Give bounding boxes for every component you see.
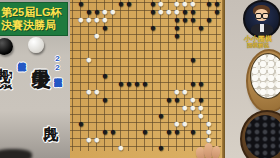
board-cell[interactable]: ● bbox=[181, 103, 189, 111]
board-cell[interactable] bbox=[77, 31, 85, 39]
board-cell[interactable] bbox=[141, 23, 149, 31]
board-cell[interactable] bbox=[133, 39, 141, 47]
board-cell[interactable]: ● bbox=[85, 135, 93, 143]
board-cell[interactable] bbox=[181, 143, 189, 151]
event-banner-line1: 第25屆LG杯 bbox=[1, 6, 62, 19]
video-frame: ●●●●●●●●●●●●●●●●●●●●●●●●●●●●●●●●●●●●●●●●… bbox=[0, 0, 280, 158]
board-cell[interactable] bbox=[205, 87, 213, 95]
board-cell[interactable] bbox=[141, 15, 149, 23]
board-cell[interactable] bbox=[197, 135, 205, 143]
board-cell[interactable] bbox=[125, 63, 133, 71]
board-cell[interactable] bbox=[101, 79, 109, 87]
board-cell[interactable] bbox=[213, 63, 221, 71]
board-cell[interactable]: ● bbox=[189, 79, 197, 87]
board-cell[interactable] bbox=[117, 15, 125, 23]
board-cell[interactable] bbox=[93, 63, 101, 71]
board-cell[interactable] bbox=[93, 47, 101, 55]
board-cell[interactable] bbox=[213, 127, 221, 135]
board-cell[interactable] bbox=[141, 31, 149, 39]
board-cell[interactable]: ● bbox=[77, 0, 85, 7]
board-cell[interactable] bbox=[157, 119, 165, 127]
board-cell[interactable] bbox=[101, 47, 109, 55]
board-cell[interactable] bbox=[197, 7, 205, 15]
board-cell[interactable] bbox=[165, 143, 173, 151]
board-cell[interactable] bbox=[213, 47, 221, 55]
board-cell[interactable] bbox=[125, 119, 133, 127]
board-cell[interactable] bbox=[213, 87, 221, 95]
board-cell[interactable] bbox=[85, 143, 93, 151]
board-cell[interactable] bbox=[149, 95, 157, 103]
info-panel: 第25屆LG杯 決賽決勝局 柯潔九段 賽後記者會直接大爆笑 申旻埈 九段 22歲… bbox=[0, 0, 70, 158]
board-cell[interactable] bbox=[173, 39, 181, 47]
stone-black: ● bbox=[125, 0, 133, 7]
board-cell[interactable] bbox=[205, 23, 213, 31]
board-cell[interactable] bbox=[189, 111, 197, 119]
board-cell[interactable] bbox=[149, 119, 157, 127]
board-cell[interactable] bbox=[133, 135, 141, 143]
board-cell[interactable]: ● bbox=[197, 23, 205, 31]
board-cell[interactable] bbox=[101, 111, 109, 119]
board-cell[interactable] bbox=[213, 119, 221, 127]
board-cell[interactable] bbox=[117, 95, 125, 103]
board-cell[interactable] bbox=[165, 15, 173, 23]
board-cell[interactable] bbox=[157, 47, 165, 55]
board-cell[interactable] bbox=[109, 31, 117, 39]
board-cell[interactable] bbox=[117, 103, 125, 111]
board-cell[interactable] bbox=[205, 47, 213, 55]
board-cell[interactable] bbox=[213, 55, 221, 63]
board-cell[interactable] bbox=[213, 39, 221, 47]
board-cell[interactable] bbox=[77, 63, 85, 71]
board-cell[interactable]: ● bbox=[197, 111, 205, 119]
board-cell[interactable] bbox=[165, 55, 173, 63]
board-cell[interactable] bbox=[77, 103, 85, 111]
board-cell[interactable] bbox=[109, 55, 117, 63]
board-cell[interactable] bbox=[157, 71, 165, 79]
board-cell[interactable]: ● bbox=[125, 0, 133, 7]
board-cell[interactable]: ● bbox=[141, 127, 149, 135]
board-cell[interactable] bbox=[181, 63, 189, 71]
board-cell[interactable] bbox=[117, 47, 125, 55]
board-cell[interactable] bbox=[125, 23, 133, 31]
board-cell[interactable] bbox=[85, 71, 93, 79]
board-cell[interactable] bbox=[149, 127, 157, 135]
board-cell[interactable] bbox=[133, 55, 141, 63]
board-cell[interactable] bbox=[77, 127, 85, 135]
board-cell[interactable] bbox=[69, 71, 77, 79]
board-cell[interactable] bbox=[149, 71, 157, 79]
board-cell[interactable] bbox=[85, 111, 93, 119]
board-cell[interactable]: ● bbox=[205, 15, 213, 23]
board-cell[interactable] bbox=[205, 55, 213, 63]
board-cell[interactable] bbox=[117, 7, 125, 15]
board-cell[interactable] bbox=[77, 79, 85, 87]
board-cell[interactable] bbox=[205, 103, 213, 111]
board-cell[interactable] bbox=[181, 135, 189, 143]
board-cell[interactable] bbox=[213, 71, 221, 79]
board-cell[interactable] bbox=[141, 143, 149, 151]
board-cell[interactable]: ● bbox=[213, 7, 221, 15]
board-cell[interactable]: ● bbox=[189, 103, 197, 111]
board-cell[interactable] bbox=[205, 39, 213, 47]
board-cell[interactable] bbox=[173, 135, 181, 143]
board-cell[interactable]: ● bbox=[173, 127, 181, 135]
board-cell[interactable] bbox=[213, 23, 221, 31]
board-cell[interactable] bbox=[133, 143, 141, 151]
board-cell[interactable] bbox=[165, 111, 173, 119]
board-cell[interactable] bbox=[133, 111, 141, 119]
board-cell[interactable]: ● bbox=[173, 31, 181, 39]
board-cell[interactable] bbox=[205, 71, 213, 79]
board-cell[interactable] bbox=[109, 63, 117, 71]
board-cell[interactable] bbox=[93, 95, 101, 103]
board-cell[interactable] bbox=[197, 63, 205, 71]
board-cell[interactable] bbox=[117, 127, 125, 135]
board-cell[interactable]: ● bbox=[205, 0, 213, 7]
board-cell[interactable]: ● bbox=[125, 79, 133, 87]
board-cell[interactable] bbox=[133, 63, 141, 71]
board-cell[interactable] bbox=[173, 71, 181, 79]
board-cell[interactable]: ● bbox=[85, 87, 93, 95]
board-cell[interactable]: ● bbox=[85, 55, 93, 63]
board-cell[interactable] bbox=[133, 87, 141, 95]
black-player-stone-icon bbox=[0, 38, 13, 55]
board-cell[interactable] bbox=[205, 79, 213, 87]
board-cell[interactable]: ● bbox=[157, 7, 165, 15]
board-cell[interactable] bbox=[181, 23, 189, 31]
board-cell[interactable] bbox=[109, 23, 117, 31]
board-cell[interactable] bbox=[133, 7, 141, 15]
board-cell[interactable] bbox=[141, 103, 149, 111]
board-cell[interactable]: ● bbox=[157, 111, 165, 119]
board-cell[interactable] bbox=[77, 23, 85, 31]
board-cell[interactable] bbox=[165, 31, 173, 39]
board-cell[interactable]: ● bbox=[85, 15, 93, 23]
board-cell[interactable]: ● bbox=[77, 15, 85, 23]
board-cell[interactable] bbox=[141, 95, 149, 103]
board-cell[interactable] bbox=[85, 39, 93, 47]
board-cell[interactable]: ● bbox=[189, 15, 197, 23]
board-cell[interactable] bbox=[93, 103, 101, 111]
board-cell[interactable] bbox=[173, 47, 181, 55]
board-cell[interactable] bbox=[149, 135, 157, 143]
board-cell[interactable]: ● bbox=[93, 135, 101, 143]
board-cell[interactable] bbox=[133, 95, 141, 103]
board-cell[interactable] bbox=[213, 79, 221, 87]
board-cell[interactable] bbox=[125, 143, 133, 151]
board-cell[interactable] bbox=[77, 87, 85, 95]
board-cell[interactable] bbox=[85, 63, 93, 71]
board-cell[interactable] bbox=[141, 39, 149, 47]
board-cell[interactable] bbox=[149, 87, 157, 95]
board-cell[interactable] bbox=[173, 63, 181, 71]
board-cell[interactable] bbox=[93, 111, 101, 119]
board-cell[interactable]: ● bbox=[133, 79, 141, 87]
board-cell[interactable] bbox=[101, 103, 109, 111]
board-cell[interactable] bbox=[197, 39, 205, 47]
board-cell[interactable] bbox=[117, 87, 125, 95]
board-cell[interactable] bbox=[133, 15, 141, 23]
board-cell[interactable]: ● bbox=[181, 15, 189, 23]
board-cell[interactable] bbox=[117, 55, 125, 63]
board-cell[interactable] bbox=[69, 119, 77, 127]
board-cell[interactable] bbox=[125, 127, 133, 135]
board-cell[interactable] bbox=[141, 87, 149, 95]
board-cell[interactable] bbox=[133, 23, 141, 31]
board-cell[interactable] bbox=[157, 127, 165, 135]
board-cell[interactable] bbox=[133, 119, 141, 127]
board-grid[interactable]: ●●●●●●●●●●●●●●●●●●●●●●●●●●●●●●●●●●●●●●●●… bbox=[69, 0, 221, 151]
board-cell[interactable] bbox=[69, 47, 77, 55]
board-cell[interactable] bbox=[117, 111, 125, 119]
board-cell[interactable] bbox=[125, 47, 133, 55]
stone-black: ● bbox=[173, 95, 181, 103]
board-cell[interactable] bbox=[149, 55, 157, 63]
board-cell[interactable] bbox=[165, 23, 173, 31]
board-cell[interactable] bbox=[181, 47, 189, 55]
board-cell[interactable] bbox=[157, 31, 165, 39]
board-cell[interactable] bbox=[109, 15, 117, 23]
board-cell[interactable] bbox=[77, 95, 85, 103]
board-cell[interactable] bbox=[157, 39, 165, 47]
board-cell[interactable]: ● bbox=[109, 127, 117, 135]
board-cell[interactable] bbox=[181, 127, 189, 135]
board-cell[interactable] bbox=[173, 55, 181, 63]
board-cell[interactable] bbox=[125, 39, 133, 47]
board-cell[interactable] bbox=[141, 47, 149, 55]
board-cell[interactable] bbox=[69, 111, 77, 119]
board-cell[interactable] bbox=[189, 31, 197, 39]
board-cell[interactable] bbox=[165, 79, 173, 87]
board-cell[interactable] bbox=[189, 23, 197, 31]
board-cell[interactable] bbox=[93, 119, 101, 127]
board-cell[interactable] bbox=[69, 7, 77, 15]
board-cell[interactable] bbox=[77, 135, 85, 143]
board-cell[interactable] bbox=[157, 79, 165, 87]
board-cell[interactable] bbox=[149, 103, 157, 111]
board-cell[interactable]: ● bbox=[157, 143, 165, 151]
board-cell[interactable] bbox=[109, 103, 117, 111]
board-cell[interactable] bbox=[101, 135, 109, 143]
board-cell[interactable] bbox=[69, 39, 77, 47]
board-cell[interactable] bbox=[93, 143, 101, 151]
board-cell[interactable] bbox=[165, 135, 173, 143]
board-cell[interactable] bbox=[125, 87, 133, 95]
board-cell[interactable] bbox=[117, 23, 125, 31]
board-cell[interactable] bbox=[181, 55, 189, 63]
board-cell[interactable] bbox=[77, 143, 85, 151]
board-cell[interactable] bbox=[93, 39, 101, 47]
board-cell[interactable] bbox=[69, 15, 77, 23]
board-cell[interactable] bbox=[125, 15, 133, 23]
board-cell[interactable] bbox=[213, 15, 221, 23]
board-cell[interactable] bbox=[181, 39, 189, 47]
board-cell[interactable] bbox=[157, 55, 165, 63]
board-cell[interactable] bbox=[117, 119, 125, 127]
board-cell[interactable] bbox=[141, 135, 149, 143]
board-cell[interactable] bbox=[197, 31, 205, 39]
board-cell[interactable] bbox=[101, 55, 109, 63]
board-cell[interactable] bbox=[77, 55, 85, 63]
board-cell[interactable] bbox=[149, 63, 157, 71]
board-cell[interactable] bbox=[117, 31, 125, 39]
board-cell[interactable] bbox=[133, 0, 141, 7]
board-cell[interactable] bbox=[141, 111, 149, 119]
board-cell[interactable]: ● bbox=[101, 95, 109, 103]
board-cell[interactable] bbox=[85, 95, 93, 103]
board-cell[interactable] bbox=[85, 31, 93, 39]
board-cell[interactable] bbox=[117, 63, 125, 71]
board-cell[interactable] bbox=[109, 143, 117, 151]
board-cell[interactable] bbox=[125, 7, 133, 15]
board-cell[interactable] bbox=[149, 111, 157, 119]
board-cell[interactable]: ● bbox=[189, 55, 197, 63]
board-cell[interactable]: ● bbox=[77, 119, 85, 127]
board-cell[interactable] bbox=[85, 103, 93, 111]
board-cell[interactable] bbox=[69, 55, 77, 63]
board-cell[interactable] bbox=[101, 143, 109, 151]
board-cell[interactable] bbox=[149, 47, 157, 55]
board-cell[interactable] bbox=[109, 95, 117, 103]
board-cell[interactable] bbox=[197, 0, 205, 7]
board-cell[interactable]: ● bbox=[165, 127, 173, 135]
board-cell[interactable]: ● bbox=[197, 79, 205, 87]
board-cell[interactable] bbox=[69, 63, 77, 71]
board-cell[interactable] bbox=[133, 103, 141, 111]
board-cell[interactable] bbox=[101, 31, 109, 39]
board-cell[interactable] bbox=[197, 55, 205, 63]
board-cell[interactable] bbox=[69, 87, 77, 95]
board-cell[interactable] bbox=[133, 127, 141, 135]
board-cell[interactable]: ● bbox=[93, 31, 101, 39]
board-cell[interactable] bbox=[125, 31, 133, 39]
board-cell[interactable] bbox=[165, 103, 173, 111]
board-cell[interactable] bbox=[205, 63, 213, 71]
stone-white: ● bbox=[93, 87, 101, 95]
board-cell[interactable]: ● bbox=[181, 87, 189, 95]
board-cell[interactable] bbox=[173, 103, 181, 111]
board-cell[interactable]: ● bbox=[165, 7, 173, 15]
board-cell[interactable] bbox=[109, 71, 117, 79]
board-cell[interactable]: ● bbox=[101, 23, 109, 31]
board-cell[interactable] bbox=[69, 127, 77, 135]
board-cell[interactable]: ● bbox=[93, 15, 101, 23]
board-cell[interactable] bbox=[125, 95, 133, 103]
board-cell[interactable] bbox=[109, 47, 117, 55]
board-cell[interactable] bbox=[101, 39, 109, 47]
board-cell[interactable] bbox=[205, 95, 213, 103]
board-cell[interactable] bbox=[157, 15, 165, 23]
board-cell[interactable] bbox=[77, 39, 85, 47]
board-cell[interactable]: ● bbox=[93, 87, 101, 95]
board-cell[interactable] bbox=[205, 31, 213, 39]
board-cell[interactable] bbox=[141, 63, 149, 71]
board-cell[interactable] bbox=[181, 31, 189, 39]
board-cell[interactable] bbox=[93, 71, 101, 79]
board-cell[interactable] bbox=[109, 39, 117, 47]
board-cell[interactable]: ● bbox=[149, 7, 157, 15]
board-cell[interactable] bbox=[213, 31, 221, 39]
board-cell[interactable] bbox=[93, 55, 101, 63]
board-cell[interactable] bbox=[149, 39, 157, 47]
board-cell[interactable] bbox=[69, 23, 77, 31]
board-cell[interactable] bbox=[69, 0, 77, 7]
board-cell[interactable] bbox=[133, 47, 141, 55]
board-cell[interactable] bbox=[69, 143, 77, 151]
board-cell[interactable] bbox=[157, 95, 165, 103]
board-cell[interactable] bbox=[125, 111, 133, 119]
board-cell[interactable] bbox=[69, 31, 77, 39]
board-cell[interactable] bbox=[213, 95, 221, 103]
board-cell[interactable] bbox=[141, 0, 149, 7]
board-cell[interactable] bbox=[69, 79, 77, 87]
board-cell[interactable] bbox=[77, 47, 85, 55]
board-cell[interactable] bbox=[149, 143, 157, 151]
board-cell[interactable] bbox=[213, 103, 221, 111]
board-cell[interactable]: ● bbox=[117, 143, 125, 151]
board-cell[interactable] bbox=[197, 119, 205, 127]
board-cell[interactable] bbox=[181, 71, 189, 79]
board-cell[interactable] bbox=[157, 63, 165, 71]
board-cell[interactable] bbox=[69, 95, 77, 103]
board-cell[interactable] bbox=[109, 87, 117, 95]
board-cell[interactable] bbox=[157, 87, 165, 95]
board-cell[interactable] bbox=[173, 143, 181, 151]
board-cell[interactable]: ● bbox=[101, 71, 109, 79]
board-cell[interactable] bbox=[117, 39, 125, 47]
board-cell[interactable]: ● bbox=[117, 79, 125, 87]
board-cell[interactable] bbox=[165, 63, 173, 71]
board-cell[interactable] bbox=[165, 71, 173, 79]
board-cell[interactable] bbox=[189, 63, 197, 71]
board-cell[interactable] bbox=[189, 39, 197, 47]
board-cell[interactable] bbox=[69, 103, 77, 111]
board-cell[interactable]: ● bbox=[173, 95, 181, 103]
board-cell[interactable] bbox=[165, 39, 173, 47]
board-cell[interactable] bbox=[85, 119, 93, 127]
board-cell[interactable] bbox=[213, 111, 221, 119]
board-cell[interactable] bbox=[125, 135, 133, 143]
board-cell[interactable] bbox=[149, 31, 157, 39]
board-cell[interactable] bbox=[133, 31, 141, 39]
board-cell[interactable] bbox=[109, 79, 117, 87]
board-cell[interactable] bbox=[85, 23, 93, 31]
board-cell[interactable] bbox=[125, 55, 133, 63]
board-cell[interactable] bbox=[141, 55, 149, 63]
board-cell[interactable] bbox=[197, 127, 205, 135]
board-cell[interactable]: ● bbox=[181, 119, 189, 127]
board-cell[interactable] bbox=[109, 135, 117, 143]
board-cell[interactable]: ● bbox=[109, 7, 117, 15]
board-cell[interactable] bbox=[165, 47, 173, 55]
board-cell[interactable]: ● bbox=[165, 95, 173, 103]
board-cell[interactable]: ● bbox=[141, 79, 149, 87]
board-cell[interactable] bbox=[157, 23, 165, 31]
board-cell[interactable]: ● bbox=[101, 127, 109, 135]
board-cell[interactable] bbox=[125, 103, 133, 111]
board-cell[interactable] bbox=[197, 47, 205, 55]
board-cell[interactable] bbox=[69, 135, 77, 143]
board-cell[interactable]: ● bbox=[117, 0, 125, 7]
board-cell[interactable] bbox=[141, 7, 149, 15]
board-cell[interactable]: ● bbox=[149, 23, 157, 31]
board-cell[interactable] bbox=[189, 135, 197, 143]
board-cell[interactable]: ● bbox=[189, 127, 197, 135]
board-cell[interactable] bbox=[77, 71, 85, 79]
board-cell[interactable] bbox=[149, 79, 157, 87]
board-cell[interactable] bbox=[109, 111, 117, 119]
board-cell[interactable] bbox=[213, 135, 221, 143]
